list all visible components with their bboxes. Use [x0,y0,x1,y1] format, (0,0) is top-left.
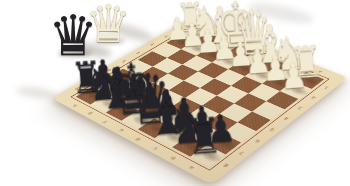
chess-set-product-photo: hgfedcba hgfedcba 12345678 12345678 ♜♞♝♚… [0,0,350,186]
board-3d-wrapper: hgfedcba hgfedcba 12345678 12345678 ♜♞♝♚… [0,0,350,186]
piece-shadow [200,149,226,165]
contact-shadow-white-queen [95,38,125,44]
piece-white-king: ♚ [204,0,269,56]
board-grid: ♜♞♝♚♛♝♞♜♟♟♟♟♟♟♟♟♟♟♟♟♟♟♟♟♜♞♝♚♛♝♞♜ [76,27,324,166]
contact-shadow-black-queen [58,50,92,57]
rank-label: 3 [290,101,310,114]
piece-shadow [114,106,138,119]
square-g5 [138,67,168,83]
perspective-scene: hgfedcba hgfedcba 12345678 12345678 ♜♞♝♚… [0,0,350,186]
